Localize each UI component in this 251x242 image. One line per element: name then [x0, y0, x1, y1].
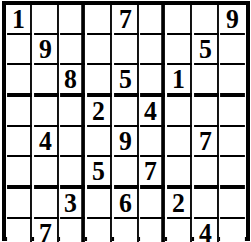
cell-r2c7-empty[interactable] [167, 35, 192, 65]
cell-r8c9-empty[interactable] [220, 219, 245, 242]
cell-r4c3-empty[interactable] [60, 97, 85, 127]
cell-r5c6-empty[interactable] [140, 127, 165, 157]
cell-r3c4-empty[interactable] [87, 65, 112, 97]
cell-r3c1-empty[interactable] [7, 65, 32, 97]
cell-r3c2-empty[interactable] [34, 65, 59, 97]
cell-r6c1-empty[interactable] [7, 157, 32, 189]
cell-r5c1-empty[interactable] [7, 127, 32, 157]
cell-r3c6-empty[interactable] [140, 65, 165, 97]
cell-r4c7-empty[interactable] [167, 97, 192, 127]
cell-r6c9-empty[interactable] [220, 157, 245, 189]
cell-r4c6-given: 4 [140, 97, 165, 127]
cell-r6c2-empty[interactable] [34, 157, 59, 189]
cell-r8c4-empty[interactable] [87, 219, 112, 242]
cell-r5c4-empty[interactable] [87, 127, 112, 157]
cell-r3c7-given: 1 [167, 65, 192, 97]
cell-r4c5-empty[interactable] [114, 97, 139, 127]
cell-r8c1-empty[interactable] [7, 219, 32, 242]
cell-r1c5-given: 7 [114, 5, 139, 35]
cell-r7c9-empty[interactable] [220, 189, 245, 219]
cell-r5c7-empty[interactable] [167, 127, 192, 157]
cell-r8c5-empty[interactable] [114, 219, 139, 242]
cell-r7c1-empty[interactable] [7, 189, 32, 219]
cell-r2c3-empty[interactable] [60, 35, 85, 65]
cell-r3c5-given: 5 [114, 65, 139, 97]
cell-r1c4-empty[interactable] [87, 5, 112, 35]
cell-r8c2-given: 7 [34, 219, 59, 242]
cell-r3c8-empty[interactable] [194, 65, 219, 97]
cell-r1c6-empty[interactable] [140, 5, 165, 35]
sudoku-board: 17995851244975736274216 [2, 1, 250, 241]
cell-r7c4-empty[interactable] [87, 189, 112, 219]
cell-r2c6-empty[interactable] [140, 35, 165, 65]
cell-r2c8-given: 5 [194, 35, 219, 65]
cell-r7c5-given: 6 [114, 189, 139, 219]
cell-r1c8-empty[interactable] [194, 5, 219, 35]
cell-r2c1-empty[interactable] [7, 35, 32, 65]
cell-r1c1-given: 1 [7, 5, 32, 35]
cell-r1c3-empty[interactable] [60, 5, 85, 35]
cell-r6c5-empty[interactable] [114, 157, 139, 189]
cell-r7c8-empty[interactable] [194, 189, 219, 219]
cell-r6c6-given: 7 [140, 157, 165, 189]
cell-r4c2-empty[interactable] [34, 97, 59, 127]
cell-r3c3-given: 8 [60, 65, 85, 97]
cell-r2c2-given: 9 [34, 35, 59, 65]
cell-r7c6-empty[interactable] [140, 189, 165, 219]
cell-r5c5-given: 9 [114, 127, 139, 157]
cell-r6c7-empty[interactable] [167, 157, 192, 189]
cell-r2c4-empty[interactable] [87, 35, 112, 65]
cell-r4c9-empty[interactable] [220, 97, 245, 127]
cell-r4c8-empty[interactable] [194, 97, 219, 127]
cell-r5c2-given: 4 [34, 127, 59, 157]
cell-r2c9-empty[interactable] [220, 35, 245, 65]
cell-r8c8-given: 4 [194, 219, 219, 242]
cell-r2c5-empty[interactable] [114, 35, 139, 65]
cell-r6c3-empty[interactable] [60, 157, 85, 189]
cell-r1c7-empty[interactable] [167, 5, 192, 35]
cell-r1c9-given: 9 [220, 5, 245, 35]
cell-r1c2-empty[interactable] [34, 5, 59, 35]
cell-r3c9-empty[interactable] [220, 65, 245, 97]
cell-r8c7-empty[interactable] [167, 219, 192, 242]
cell-r4c4-given: 2 [87, 97, 112, 127]
cell-r7c7-given: 2 [167, 189, 192, 219]
cell-r5c3-empty[interactable] [60, 127, 85, 157]
cell-r7c3-given: 3 [60, 189, 85, 219]
cell-r5c9-empty[interactable] [220, 127, 245, 157]
cell-r6c8-empty[interactable] [194, 157, 219, 189]
cell-r6c4-given: 5 [87, 157, 112, 189]
cell-r8c6-empty[interactable] [140, 219, 165, 242]
cell-r7c2-empty[interactable] [34, 189, 59, 219]
cell-r8c3-empty[interactable] [60, 219, 85, 242]
cell-r5c8-given: 7 [194, 127, 219, 157]
cell-r4c1-empty[interactable] [7, 97, 32, 127]
